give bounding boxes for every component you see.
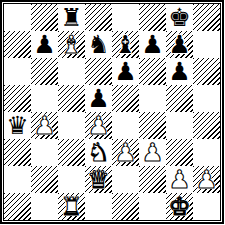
square-b5[interactable] [31,85,58,112]
square-a5[interactable] [4,85,31,112]
square-g1[interactable]: ♚ [166,193,193,220]
square-c7[interactable]: ♝ [58,31,85,58]
square-b1[interactable] [31,193,58,220]
square-d1[interactable] [85,193,112,220]
square-h4[interactable] [193,112,220,139]
square-f3[interactable]: ♟ [139,139,166,166]
chess-board: ♜♚♟♝♞♝♟♟♟♟♟♛♟♟♞♟♟♛♟♟♜♚ [3,3,221,221]
square-c4[interactable] [58,112,85,139]
piece-white-pawn[interactable]: ♟ [141,139,163,166]
board-border: ♜♚♟♝♞♝♟♟♟♟♟♛♟♟♞♟♟♛♟♟♜♚ [0,0,224,224]
square-c1[interactable]: ♜ [58,193,85,220]
square-g7[interactable]: ♟ [166,31,193,58]
square-b8[interactable] [31,4,58,31]
square-b2[interactable] [31,166,58,193]
square-c6[interactable] [58,58,85,85]
square-f5[interactable] [139,85,166,112]
square-b7[interactable]: ♟ [31,31,58,58]
piece-black-pawn[interactable]: ♟ [33,31,55,58]
piece-black-knight[interactable]: ♞ [87,31,109,58]
square-h6[interactable] [193,58,220,85]
square-b3[interactable] [31,139,58,166]
square-a2[interactable] [4,166,31,193]
piece-black-queen[interactable]: ♛ [6,112,28,139]
piece-white-rook[interactable]: ♜ [60,193,82,220]
square-h1[interactable] [193,193,220,220]
square-d6[interactable] [85,58,112,85]
square-d2[interactable]: ♛ [85,166,112,193]
square-d4[interactable]: ♟ [85,112,112,139]
square-a1[interactable] [4,193,31,220]
square-h5[interactable] [193,85,220,112]
piece-black-bishop[interactable]: ♝ [114,31,136,58]
square-a6[interactable] [4,58,31,85]
square-d5[interactable]: ♟ [85,85,112,112]
square-a3[interactable] [4,139,31,166]
square-g3[interactable] [166,139,193,166]
piece-black-pawn[interactable]: ♟ [141,31,163,58]
square-c2[interactable] [58,166,85,193]
square-g6[interactable]: ♟ [166,58,193,85]
piece-black-rook[interactable]: ♜ [60,4,82,31]
square-e1[interactable] [112,193,139,220]
square-e8[interactable] [112,4,139,31]
square-h2[interactable]: ♟ [193,166,220,193]
square-e6[interactable]: ♟ [112,58,139,85]
piece-white-queen[interactable]: ♛ [87,166,109,193]
square-g2[interactable]: ♟ [166,166,193,193]
square-b4[interactable]: ♟ [31,112,58,139]
piece-white-pawn[interactable]: ♟ [114,139,136,166]
square-f6[interactable] [139,58,166,85]
piece-white-pawn[interactable]: ♟ [195,166,217,193]
square-f2[interactable] [139,166,166,193]
square-g8[interactable]: ♚ [166,4,193,31]
piece-black-pawn[interactable]: ♟ [114,58,136,85]
piece-white-knight[interactable]: ♞ [87,139,109,166]
piece-white-king[interactable]: ♚ [168,193,190,220]
piece-white-pawn[interactable]: ♟ [87,112,109,139]
chess-diagram: ♜♚♟♝♞♝♟♟♟♟♟♛♟♟♞♟♟♛♟♟♜♚ [0,0,225,225]
square-f7[interactable]: ♟ [139,31,166,58]
piece-black-pawn[interactable]: ♟ [168,31,190,58]
square-d8[interactable] [85,4,112,31]
square-h7[interactable] [193,31,220,58]
square-e4[interactable] [112,112,139,139]
square-d3[interactable]: ♞ [85,139,112,166]
square-d7[interactable]: ♞ [85,31,112,58]
piece-black-pawn[interactable]: ♟ [87,85,109,112]
square-e3[interactable]: ♟ [112,139,139,166]
square-c8[interactable]: ♜ [58,4,85,31]
square-c5[interactable] [58,85,85,112]
piece-black-king[interactable]: ♚ [168,4,190,31]
square-e7[interactable]: ♝ [112,31,139,58]
square-e5[interactable] [112,85,139,112]
square-h8[interactable] [193,4,220,31]
square-a8[interactable] [4,4,31,31]
square-f8[interactable] [139,4,166,31]
square-f1[interactable] [139,193,166,220]
square-a4[interactable]: ♛ [4,112,31,139]
square-c3[interactable] [58,139,85,166]
square-h3[interactable] [193,139,220,166]
piece-white-bishop[interactable]: ♝ [60,31,82,58]
square-a7[interactable] [4,31,31,58]
square-b6[interactable] [31,58,58,85]
piece-black-pawn[interactable]: ♟ [168,58,190,85]
square-e2[interactable] [112,166,139,193]
square-f4[interactable] [139,112,166,139]
piece-white-pawn[interactable]: ♟ [33,112,55,139]
square-g5[interactable] [166,85,193,112]
piece-white-pawn[interactable]: ♟ [168,166,190,193]
square-g4[interactable] [166,112,193,139]
